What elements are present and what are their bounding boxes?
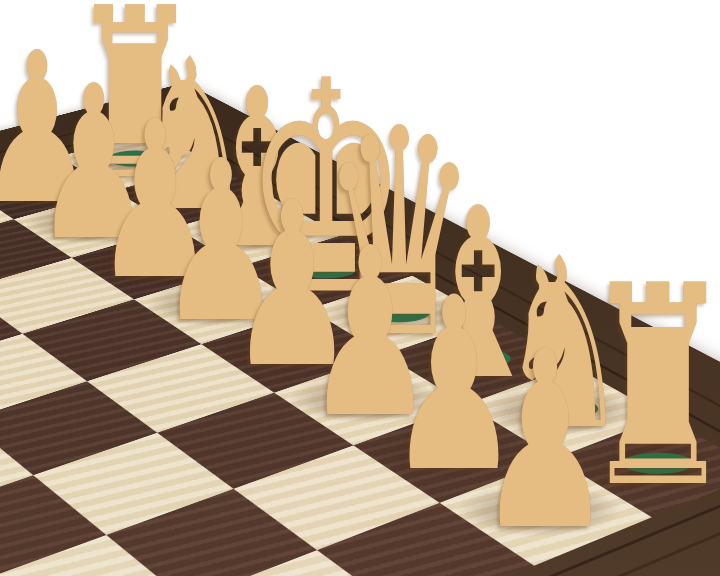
white-pawn-glyph: ♟ — [477, 319, 613, 564]
chess-set-photo: ♜♞♝♚♛♝♞♜♟♟♟♟♟♟♟♟ — [0, 0, 720, 576]
pieces-layer: ♜♞♝♚♛♝♞♜♟♟♟♟♟♟♟♟ — [0, 0, 720, 576]
